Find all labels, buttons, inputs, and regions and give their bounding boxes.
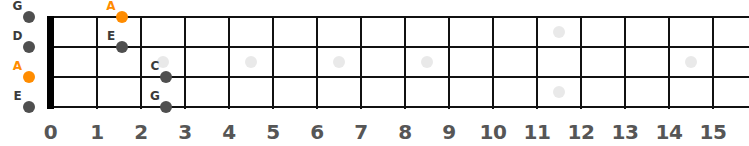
note-dot-E-D-string-fret-2 [116,41,128,53]
fret-number-6: 6 [310,121,323,143]
fret-number-2: 2 [134,121,147,143]
fret-number-9: 9 [442,121,455,143]
inlay-dot-fret-12 [553,26,565,38]
fret-number-10: 10 [480,121,507,143]
fret-number-13: 13 [612,121,639,143]
nut [47,16,54,109]
note-label-A-G-string-fret-2: A [106,0,115,12]
fret-wire-9 [448,16,450,109]
fret-number-15: 15 [700,121,727,143]
note-label-G-G-string-fret-0: G [13,0,23,12]
fret-wire-8 [404,16,406,109]
fret-wire-12 [580,16,582,109]
note-label-C-A-string-fret-3: C [151,60,160,72]
string-line-G [47,16,749,18]
fret-wire-15 [712,16,714,109]
fret-number-4: 4 [222,121,235,143]
note-dot-D-D-string-fret-0 [23,41,35,53]
fret-number-11: 11 [524,121,551,143]
fret-number-1: 1 [90,121,103,143]
fret-wire-4 [228,16,230,109]
inlay-dot-fret-12 [553,86,565,98]
note-label-G-E-string-fret-3: G [150,90,160,102]
note-dot-G-E-string-fret-3 [160,101,172,113]
string-line-A [47,76,749,78]
note-dot-C-A-string-fret-3 [160,71,172,83]
fret-wire-3 [184,16,186,109]
fretboard-diagram: GDAEAECG0123456789101112131415 [0,0,749,146]
fret-number-14: 14 [656,121,683,143]
inlay-dot-fret-5 [245,56,257,68]
note-label-E-E-string-fret-0: E [13,90,21,102]
inlay-dot-fret-7 [333,56,345,68]
fret-number-3: 3 [178,121,191,143]
fret-wire-13 [624,16,626,109]
note-dot-A-A-string-fret-0 [23,71,35,83]
string-line-E [47,106,749,108]
fret-number-0: 0 [44,121,57,143]
note-dot-G-G-string-fret-0 [23,11,35,23]
fret-wire-5 [272,16,274,109]
string-line-D [47,46,749,48]
inlay-dot-fret-9 [421,56,433,68]
fret-number-7: 7 [354,121,367,143]
note-label-D-D-string-fret-0: D [13,30,23,42]
fret-wire-7 [360,16,362,109]
fret-wire-10 [492,16,494,109]
fret-wire-1 [96,16,98,109]
note-label-E-D-string-fret-2: E [107,30,115,42]
inlay-dot-fret-15 [685,56,697,68]
fret-number-12: 12 [568,121,595,143]
fret-wire-2 [140,16,142,109]
fret-wire-6 [316,16,318,109]
fret-wire-11 [536,16,538,109]
fret-number-8: 8 [398,121,411,143]
note-dot-E-E-string-fret-0 [23,101,35,113]
fret-wire-14 [668,16,670,109]
note-dot-A-G-string-fret-2 [116,11,128,23]
note-label-A-A-string-fret-0: A [13,60,22,72]
fret-number-5: 5 [266,121,279,143]
